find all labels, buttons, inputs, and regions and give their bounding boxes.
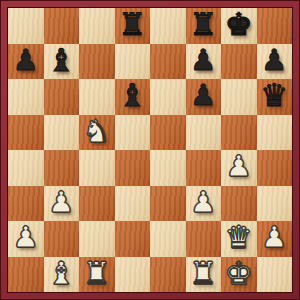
square-e3[interactable] <box>150 186 186 222</box>
piece-black-pawn[interactable]: ♟ <box>190 79 216 113</box>
square-d7[interactable] <box>115 44 151 80</box>
square-e8[interactable] <box>150 8 186 44</box>
piece-white-pawn[interactable]: ♟ <box>226 150 252 184</box>
piece-white-pawn[interactable]: ♟ <box>13 221 39 255</box>
square-h1[interactable] <box>257 257 293 293</box>
square-b3[interactable]: ♟ <box>44 186 80 222</box>
square-h7[interactable]: ♟ <box>257 44 293 80</box>
square-d5[interactable] <box>115 115 151 151</box>
piece-white-rook[interactable]: ♜ <box>83 257 111 291</box>
square-e1[interactable] <box>150 257 186 293</box>
square-g7[interactable] <box>221 44 257 80</box>
square-h6[interactable]: ♛ <box>257 79 293 115</box>
square-a8[interactable] <box>8 8 44 44</box>
square-c8[interactable] <box>79 8 115 44</box>
square-e5[interactable] <box>150 115 186 151</box>
piece-white-pawn[interactable]: ♟ <box>261 221 287 255</box>
square-c3[interactable] <box>79 186 115 222</box>
square-b1[interactable]: ♝ <box>44 257 80 293</box>
piece-white-king[interactable]: ♚ <box>225 257 253 291</box>
square-c4[interactable] <box>79 150 115 186</box>
square-c2[interactable] <box>79 221 115 257</box>
piece-black-pawn[interactable]: ♟ <box>13 44 39 78</box>
square-b2[interactable] <box>44 221 80 257</box>
square-h5[interactable] <box>257 115 293 151</box>
square-d8[interactable]: ♜ <box>115 8 151 44</box>
square-b4[interactable] <box>44 150 80 186</box>
chess-board: ♜♜♚♟♝♟♟♝♟♛♞♟♟♟♟♛♟♝♜♜♚ <box>8 8 292 292</box>
square-b6[interactable] <box>44 79 80 115</box>
square-f4[interactable] <box>186 150 222 186</box>
piece-black-pawn[interactable]: ♟ <box>190 44 216 78</box>
piece-white-pawn[interactable]: ♟ <box>190 186 216 220</box>
piece-black-queen[interactable]: ♛ <box>260 79 288 113</box>
square-g3[interactable] <box>221 186 257 222</box>
piece-black-bishop[interactable]: ♝ <box>47 44 75 78</box>
square-f1[interactable]: ♜ <box>186 257 222 293</box>
square-a4[interactable] <box>8 150 44 186</box>
square-c6[interactable] <box>79 79 115 115</box>
square-h4[interactable] <box>257 150 293 186</box>
square-e7[interactable] <box>150 44 186 80</box>
square-g4[interactable]: ♟ <box>221 150 257 186</box>
piece-black-king[interactable]: ♚ <box>225 8 253 42</box>
piece-black-bishop[interactable]: ♝ <box>118 79 146 113</box>
square-g1[interactable]: ♚ <box>221 257 257 293</box>
square-e6[interactable] <box>150 79 186 115</box>
square-c1[interactable]: ♜ <box>79 257 115 293</box>
square-f2[interactable] <box>186 221 222 257</box>
square-g8[interactable]: ♚ <box>221 8 257 44</box>
square-d2[interactable] <box>115 221 151 257</box>
square-c5[interactable]: ♞ <box>79 115 115 151</box>
square-g6[interactable] <box>221 79 257 115</box>
square-b8[interactable] <box>44 8 80 44</box>
square-a5[interactable] <box>8 115 44 151</box>
square-h8[interactable] <box>257 8 293 44</box>
square-g5[interactable] <box>221 115 257 151</box>
piece-black-rook[interactable]: ♜ <box>189 8 217 42</box>
square-g2[interactable]: ♛ <box>221 221 257 257</box>
square-h3[interactable] <box>257 186 293 222</box>
board-frame: ♜♜♚♟♝♟♟♝♟♛♞♟♟♟♟♛♟♝♜♜♚ <box>0 0 300 300</box>
square-b7[interactable]: ♝ <box>44 44 80 80</box>
square-f8[interactable]: ♜ <box>186 8 222 44</box>
square-a6[interactable] <box>8 79 44 115</box>
square-d4[interactable] <box>115 150 151 186</box>
piece-white-pawn[interactable]: ♟ <box>48 186 74 220</box>
square-f6[interactable]: ♟ <box>186 79 222 115</box>
piece-white-queen[interactable]: ♛ <box>225 221 253 255</box>
piece-white-knight[interactable]: ♞ <box>83 115 111 149</box>
square-f3[interactable]: ♟ <box>186 186 222 222</box>
square-a7[interactable]: ♟ <box>8 44 44 80</box>
piece-black-pawn[interactable]: ♟ <box>261 44 287 78</box>
square-c7[interactable] <box>79 44 115 80</box>
piece-white-bishop[interactable]: ♝ <box>47 257 75 291</box>
square-e4[interactable] <box>150 150 186 186</box>
square-f7[interactable]: ♟ <box>186 44 222 80</box>
square-a3[interactable] <box>8 186 44 222</box>
square-f5[interactable] <box>186 115 222 151</box>
square-h2[interactable]: ♟ <box>257 221 293 257</box>
piece-white-rook[interactable]: ♜ <box>189 257 217 291</box>
square-d3[interactable] <box>115 186 151 222</box>
square-b5[interactable] <box>44 115 80 151</box>
piece-black-rook[interactable]: ♜ <box>118 8 146 42</box>
square-d1[interactable] <box>115 257 151 293</box>
square-d6[interactable]: ♝ <box>115 79 151 115</box>
square-a1[interactable] <box>8 257 44 293</box>
square-a2[interactable]: ♟ <box>8 221 44 257</box>
square-e2[interactable] <box>150 221 186 257</box>
